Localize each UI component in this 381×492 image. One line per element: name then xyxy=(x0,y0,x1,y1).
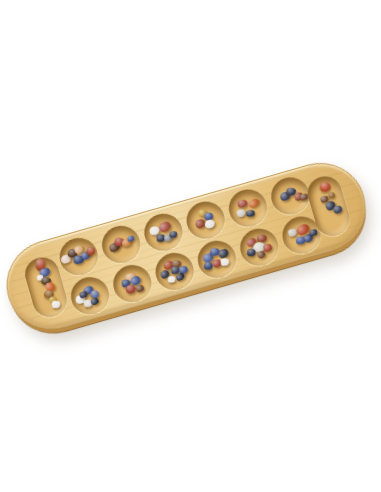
gemstone xyxy=(127,235,135,243)
gemstone xyxy=(51,300,61,309)
pit-top-2[interactable] xyxy=(98,221,145,267)
pit-top-6[interactable] xyxy=(267,173,314,219)
pit-bottom-3[interactable] xyxy=(151,249,198,295)
gemstone xyxy=(79,290,89,299)
gemstone xyxy=(319,182,331,192)
gemstone xyxy=(236,208,247,218)
pit-top-5[interactable] xyxy=(225,185,272,231)
gemstone xyxy=(308,228,318,237)
gemstone xyxy=(135,284,145,293)
pit-top-3[interactable] xyxy=(140,209,187,255)
gemstone xyxy=(168,276,176,283)
gemstone xyxy=(220,258,230,267)
pit-bottom-2[interactable] xyxy=(109,261,156,307)
pit-top-1[interactable] xyxy=(55,234,102,280)
pit-bottom-4[interactable] xyxy=(194,236,241,282)
pit-top-4[interactable] xyxy=(182,197,229,243)
board-tilt-wrapper xyxy=(0,152,376,340)
gemstone xyxy=(247,248,257,256)
gemstone xyxy=(333,205,343,214)
gemstone xyxy=(246,210,255,217)
gemstone xyxy=(237,199,248,208)
gemstone xyxy=(328,192,336,199)
pit-bottom-1[interactable] xyxy=(67,273,114,319)
photo-background xyxy=(0,0,381,492)
gemstone xyxy=(86,246,96,256)
mancala-board xyxy=(0,152,376,340)
gemstone xyxy=(247,197,261,210)
gemstone xyxy=(169,231,178,238)
gemstone xyxy=(204,219,215,230)
gemstone xyxy=(126,285,136,294)
pit-bottom-5[interactable] xyxy=(236,224,283,270)
